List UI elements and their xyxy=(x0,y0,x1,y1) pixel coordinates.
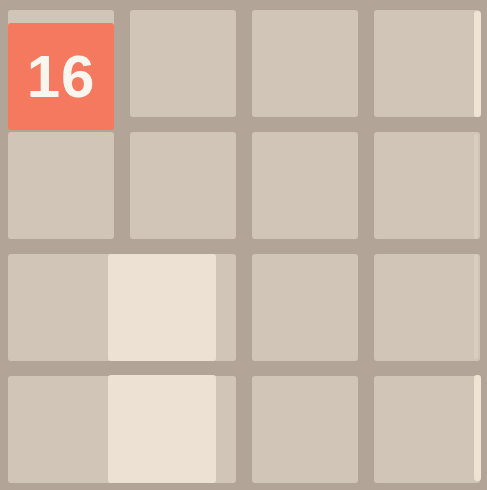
tile-value: 16 xyxy=(27,47,96,107)
grid-cell-r4c4 xyxy=(374,376,480,483)
grid-cell-r1c3 xyxy=(252,10,358,117)
clipped-tile-sliver xyxy=(474,134,478,239)
grid-cell-r2c2 xyxy=(130,132,236,239)
clipped-tile-sliver xyxy=(474,375,481,481)
clipped-tile-sliver xyxy=(474,254,478,359)
grid-cell-r1c2 xyxy=(130,10,236,117)
grid-cell-r4c1 xyxy=(8,376,114,483)
clipped-tile-sliver xyxy=(474,11,481,117)
game-board[interactable]: 16 xyxy=(0,0,487,490)
grid-cell-r3c1 xyxy=(8,254,114,361)
grid-cell-r2c4 xyxy=(374,132,480,239)
grid-cell-r2c1 xyxy=(8,132,114,239)
blank-spawn-tile xyxy=(108,254,216,361)
blank-spawn-tile xyxy=(108,375,216,483)
grid-cell-r4c3 xyxy=(252,376,358,483)
grid-cell-r2c3 xyxy=(252,132,358,239)
grid-cell-r3c3 xyxy=(252,254,358,361)
grid-cell-r3c4 xyxy=(374,254,480,361)
grid-cell-r1c4 xyxy=(374,10,480,117)
tile-16: 16 xyxy=(8,23,114,130)
